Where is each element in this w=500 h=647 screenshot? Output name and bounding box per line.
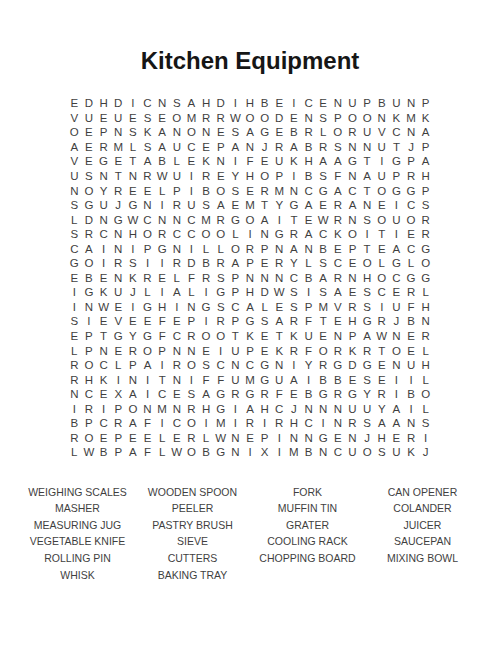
grid-cell: E — [140, 183, 155, 198]
grid-cell: O — [243, 111, 258, 126]
grid-cell: G — [155, 241, 170, 256]
grid-cell: I — [82, 314, 97, 329]
grid-cell: L — [418, 372, 433, 387]
grid-cell: L — [67, 343, 82, 358]
grid-cell: B — [199, 256, 214, 271]
grid-cell: B — [316, 241, 331, 256]
grid-cell: O — [389, 343, 404, 358]
grid-cell: A — [213, 198, 228, 213]
grid-cell: T — [287, 212, 302, 227]
grid-cell: N — [169, 212, 184, 227]
word-item: GRATER — [250, 517, 365, 534]
grid-cell: I — [243, 227, 258, 242]
grid-cell: E — [345, 256, 360, 271]
grid-cell: W — [126, 212, 141, 227]
grid-cell: A — [389, 401, 404, 416]
grid-cell: L — [184, 285, 199, 300]
grid-cell: B — [404, 387, 419, 402]
grid-cell: E — [331, 431, 346, 446]
grid-cell: C — [184, 227, 199, 242]
grid-cell: H — [199, 401, 214, 416]
grid-cell: N — [169, 401, 184, 416]
grid-cell: E — [67, 271, 82, 286]
grid-cell: Y — [228, 169, 243, 184]
grid-cell: N — [111, 227, 126, 242]
grid-cell: A — [199, 387, 214, 402]
grid-cell: E — [316, 329, 331, 344]
grid-cell: K — [243, 329, 258, 344]
grid-cell: N — [228, 431, 243, 446]
grid-cell: E — [389, 285, 404, 300]
grid-cell: N — [404, 125, 419, 140]
grid-cell: E — [96, 431, 111, 446]
grid-cell: O — [374, 271, 389, 286]
grid-cell: O — [213, 329, 228, 344]
grid-cell: U — [389, 96, 404, 111]
grid-cell: R — [287, 343, 302, 358]
grid-cell: N — [184, 343, 199, 358]
grid-cell: H — [345, 314, 360, 329]
grid-cell: I — [169, 300, 184, 315]
grid-cell: P — [331, 111, 346, 126]
grid-cell: A — [67, 140, 82, 155]
grid-cell: B — [316, 372, 331, 387]
grid-cell: S — [316, 256, 331, 271]
grid-cell: E — [96, 387, 111, 402]
grid-cell: X — [111, 387, 126, 402]
grid-cell: D — [184, 256, 199, 271]
grid-cell: O — [360, 445, 375, 460]
grid-cell: O — [257, 111, 272, 126]
grid-cell: E — [404, 329, 419, 344]
grid-cell: P — [82, 329, 97, 344]
grid-cell: B — [96, 445, 111, 460]
grid-cell: D — [82, 212, 97, 227]
grid-cell: C — [389, 271, 404, 286]
grid-cell: O — [418, 256, 433, 271]
grid-cell: R — [111, 416, 126, 431]
grid-cell: S — [418, 416, 433, 431]
grid-cell: G — [213, 401, 228, 416]
grid-cell: E — [184, 154, 199, 169]
grid-cell: O — [140, 227, 155, 242]
grid-cell: B — [301, 271, 316, 286]
grid-cell: E — [96, 111, 111, 126]
grid-cell: I — [140, 256, 155, 271]
grid-cell: Y — [96, 183, 111, 198]
grid-cell: O — [213, 183, 228, 198]
grid-cell: E — [272, 96, 287, 111]
grid-cell: O — [82, 431, 97, 446]
grid-cell: F — [140, 416, 155, 431]
grid-cell: L — [213, 241, 228, 256]
grid-cell: E — [404, 227, 419, 242]
grid-cell: N — [301, 241, 316, 256]
grid-cell: R — [155, 227, 170, 242]
grid-cell: U — [360, 125, 375, 140]
grid-cell: S — [67, 314, 82, 329]
grid-cell: M — [287, 445, 302, 460]
grid-cell: K — [389, 111, 404, 126]
grid-cell: W — [96, 300, 111, 315]
word-list-column: WOODEN SPOONPEELERPASTRY BRUSHSIEVECUTTE… — [135, 484, 250, 584]
grid-cell: E — [287, 387, 302, 402]
grid-cell: E — [82, 154, 97, 169]
grid-cell: N — [316, 401, 331, 416]
grid-cell: P — [82, 343, 97, 358]
word-item: MIXING BOWL — [365, 550, 480, 567]
grid-cell: N — [345, 271, 360, 286]
grid-cell: I — [404, 401, 419, 416]
grid-cell: C — [213, 358, 228, 373]
grid-cell: I — [228, 416, 243, 431]
grid-cell: A — [316, 271, 331, 286]
grid-cell: U — [301, 329, 316, 344]
grid-cell: I — [140, 387, 155, 402]
grid-cell: I — [389, 387, 404, 402]
grid-cell: N — [331, 401, 346, 416]
grid-cell: R — [331, 198, 346, 213]
grid-cell: M — [199, 212, 214, 227]
grid-cell: S — [418, 198, 433, 213]
grid-cell: S — [82, 169, 97, 184]
grid-cell: R — [287, 314, 302, 329]
grid-cell: C — [140, 212, 155, 227]
grid-cell: O — [374, 183, 389, 198]
grid-cell: I — [126, 96, 141, 111]
grid-cell: G — [243, 314, 258, 329]
grid-cell: T — [360, 183, 375, 198]
grid-cell: U — [389, 445, 404, 460]
grid-cell: W — [155, 169, 170, 184]
grid-cell: N — [301, 431, 316, 446]
grid-cell: N — [228, 358, 243, 373]
word-item: MEASURING JUG — [20, 517, 135, 534]
grid-cell: R — [67, 358, 82, 373]
grid-cell: B — [404, 314, 419, 329]
grid-cell: C — [67, 241, 82, 256]
grid-cell: N — [331, 329, 346, 344]
grid-cell: U — [345, 96, 360, 111]
grid-cell: O — [199, 329, 214, 344]
grid-cell: I — [374, 300, 389, 315]
grid-cell: A — [418, 154, 433, 169]
grid-cell: H — [418, 300, 433, 315]
grid-cell: N — [287, 431, 302, 446]
grid-cell: C — [374, 285, 389, 300]
grid-cell: N — [316, 445, 331, 460]
grid-cell: I — [184, 241, 199, 256]
grid-cell: U — [374, 140, 389, 155]
grid-cell: I — [126, 300, 141, 315]
grid-cell: I — [199, 314, 214, 329]
grid-cell: R — [345, 125, 360, 140]
grid-cell: I — [374, 154, 389, 169]
grid-cell: N — [404, 96, 419, 111]
grid-cell: I — [404, 372, 419, 387]
grid-cell: U — [82, 111, 97, 126]
grid-cell: B — [301, 445, 316, 460]
grid-cell: T — [228, 329, 243, 344]
grid-cell: H — [301, 154, 316, 169]
grid-cell: K — [345, 343, 360, 358]
grid-cell: R — [257, 387, 272, 402]
grid-cell: R — [213, 212, 228, 227]
grid-cell: K — [140, 125, 155, 140]
grid-cell: R — [404, 169, 419, 184]
grid-cell: S — [374, 445, 389, 460]
grid-cell: E — [67, 96, 82, 111]
grid-cell: I — [184, 372, 199, 387]
grid-cell: U — [169, 140, 184, 155]
word-item: CUTTERS — [135, 550, 250, 567]
grid-cell: A — [360, 169, 375, 184]
grid-cell: E — [96, 271, 111, 286]
grid-cell: G — [360, 314, 375, 329]
grid-cell: S — [257, 314, 272, 329]
grid-cell: I — [96, 256, 111, 271]
grid-cell: G — [243, 387, 258, 402]
grid-cell: G — [199, 300, 214, 315]
grid-cell: A — [140, 358, 155, 373]
word-item: FORK — [250, 484, 365, 501]
grid-cell: L — [199, 241, 214, 256]
grid-cell: E — [111, 154, 126, 169]
grid-cell: F — [155, 314, 170, 329]
grid-cell: E — [228, 198, 243, 213]
word-item: SAUCEPAN — [365, 533, 480, 550]
grid-cell: C — [228, 300, 243, 315]
grid-cell: C — [243, 358, 258, 373]
grid-cell: E — [96, 314, 111, 329]
grid-cell: S — [140, 111, 155, 126]
grid-cell: T — [155, 372, 170, 387]
puzzle-page: Kitchen Equipment EDHDICNSAHDIHBEICENUPB… — [0, 0, 500, 647]
grid-cell: L — [404, 256, 419, 271]
grid-cell: S — [360, 372, 375, 387]
grid-cell: G — [360, 358, 375, 373]
grid-cell: D — [82, 96, 97, 111]
grid-cell: P — [140, 241, 155, 256]
grid-cell: G — [82, 285, 97, 300]
grid-cell: O — [184, 125, 199, 140]
grid-cell: O — [316, 343, 331, 358]
grid-cell: P — [418, 96, 433, 111]
grid-cell: E — [111, 300, 126, 315]
grid-cell: N — [374, 111, 389, 126]
grid-cell: P — [228, 285, 243, 300]
grid-cell: E — [126, 431, 141, 446]
grid-cell: P — [184, 314, 199, 329]
grid-cell: E — [199, 140, 214, 155]
grid-cell: B — [301, 387, 316, 402]
grid-cell: S — [331, 140, 346, 155]
grid-cell: R — [184, 431, 199, 446]
puzzle-title: Kitchen Equipment — [0, 0, 500, 75]
grid-cell: G — [389, 256, 404, 271]
grid-cell: N — [111, 271, 126, 286]
grid-cell: G — [316, 183, 331, 198]
grid-cell: U — [272, 154, 287, 169]
grid-cell: I — [213, 343, 228, 358]
grid-cell: N — [345, 169, 360, 184]
grid-cell: N — [96, 212, 111, 227]
grid-cell: I — [155, 285, 170, 300]
grid-cell: U — [111, 111, 126, 126]
grid-cell: I — [287, 358, 302, 373]
grid-cell: S — [228, 183, 243, 198]
word-item: WHISK — [20, 567, 135, 584]
grid-cell: B — [301, 140, 316, 155]
grid-cell: N — [243, 140, 258, 155]
grid-cell: P — [126, 358, 141, 373]
grid-cell: N — [169, 241, 184, 256]
grid-cell: I — [301, 372, 316, 387]
grid-cell: G — [345, 154, 360, 169]
grid-cell: L — [418, 401, 433, 416]
grid-cell: M — [213, 416, 228, 431]
grid-cell: R — [345, 416, 360, 431]
grid-cell: A — [389, 241, 404, 256]
grid-cell: I — [67, 401, 82, 416]
grid-cell: U — [184, 198, 199, 213]
grid-cell: R — [213, 314, 228, 329]
grid-cell: A — [243, 125, 258, 140]
grid-cell: A — [301, 227, 316, 242]
grid-cell: R — [199, 111, 214, 126]
grid-cell: R — [184, 329, 199, 344]
grid-cell: P — [169, 183, 184, 198]
grid-cell: F — [272, 387, 287, 402]
grid-cell: C — [287, 271, 302, 286]
grid-cell: I — [228, 96, 243, 111]
grid-cell: P — [345, 241, 360, 256]
grid-cell: R — [111, 183, 126, 198]
grid-cell: H — [82, 372, 97, 387]
grid-cell: L — [67, 445, 82, 460]
grid-cell: E — [257, 256, 272, 271]
grid-cell: W — [272, 285, 287, 300]
grid-cell: B — [331, 372, 346, 387]
grid-cell: N — [126, 372, 141, 387]
grid-cell: I — [228, 401, 243, 416]
grid-cell: R — [272, 416, 287, 431]
grid-cell: Y — [360, 387, 375, 402]
grid-cell: N — [243, 271, 258, 286]
grid-cell: J — [111, 198, 126, 213]
grid-cell: M — [404, 111, 419, 126]
grid-cell: E — [126, 111, 141, 126]
grid-cell: A — [126, 416, 141, 431]
grid-cell: I — [301, 285, 316, 300]
grid-cell: E — [374, 241, 389, 256]
grid-cell: A — [331, 183, 346, 198]
grid-cell: A — [374, 416, 389, 431]
grid-cell: W — [82, 445, 97, 460]
grid-cell: A — [126, 387, 141, 402]
grid-cell: I — [243, 445, 258, 460]
grid-cell: I — [67, 300, 82, 315]
grid-cell: T — [360, 241, 375, 256]
grid-cell: B — [155, 154, 170, 169]
grid-cell: H — [374, 431, 389, 446]
grid-cell: L — [257, 300, 272, 315]
grid-cell: U — [374, 169, 389, 184]
word-item: COOLING RACK — [250, 533, 365, 550]
grid-cell: R — [345, 300, 360, 315]
grid-cell: E — [213, 169, 228, 184]
grid-cell: E — [389, 431, 404, 446]
grid-cell: R — [404, 431, 419, 446]
grid-cell: P — [360, 96, 375, 111]
grid-cell: T — [374, 343, 389, 358]
grid-cell: N — [184, 300, 199, 315]
grid-cell: C — [301, 416, 316, 431]
grid-cell: O — [374, 212, 389, 227]
grid-cell: R — [82, 401, 97, 416]
grid-cell: I — [257, 416, 272, 431]
grid-cell: O — [184, 358, 199, 373]
grid-cell: L — [418, 343, 433, 358]
grid-cell: I — [155, 416, 170, 431]
grid-cell: G — [67, 256, 82, 271]
grid-cell: F — [301, 343, 316, 358]
grid-cell: R — [184, 401, 199, 416]
grid-cell: O — [82, 358, 97, 373]
grid-cell: E — [316, 198, 331, 213]
grid-cell: G — [287, 198, 302, 213]
grid-cell: U — [272, 372, 287, 387]
word-item: PASTRY BRUSH — [135, 517, 250, 534]
grid-cell: C — [389, 125, 404, 140]
grid-cell: N — [418, 314, 433, 329]
grid-cell: F — [301, 314, 316, 329]
grid-cell: H — [96, 96, 111, 111]
word-item: PEELER — [135, 500, 250, 517]
grid-cell: F — [213, 372, 228, 387]
grid-cell: C — [96, 416, 111, 431]
grid-cell: I — [140, 372, 155, 387]
grid-cell: L — [228, 227, 243, 242]
grid-cell: M — [243, 372, 258, 387]
grid-cell: N — [228, 445, 243, 460]
grid-cell: N — [169, 343, 184, 358]
grid-cell: P — [418, 183, 433, 198]
grid-cell: N — [404, 416, 419, 431]
grid-cell: R — [243, 416, 258, 431]
grid-cell: A — [228, 140, 243, 155]
grid-cell: D — [213, 96, 228, 111]
grid-cell: I — [418, 431, 433, 446]
grid-cell: O — [228, 241, 243, 256]
grid-cell: E — [169, 431, 184, 446]
grid-cell: T — [111, 169, 126, 184]
grid-cell: I — [111, 372, 126, 387]
grid-cell: V — [374, 125, 389, 140]
grid-cell: R — [272, 256, 287, 271]
grid-cell: J — [287, 401, 302, 416]
grid-cell: P — [257, 241, 272, 256]
grid-cell: K — [287, 329, 302, 344]
grid-cell: S — [126, 125, 141, 140]
grid-cell: F — [184, 271, 199, 286]
grid-cell: G — [404, 183, 419, 198]
word-item: WOODEN SPOON — [135, 484, 250, 501]
grid-cell: J — [418, 445, 433, 460]
grid-cell: S — [360, 300, 375, 315]
grid-cell: C — [169, 227, 184, 242]
grid-cell: S — [199, 358, 214, 373]
